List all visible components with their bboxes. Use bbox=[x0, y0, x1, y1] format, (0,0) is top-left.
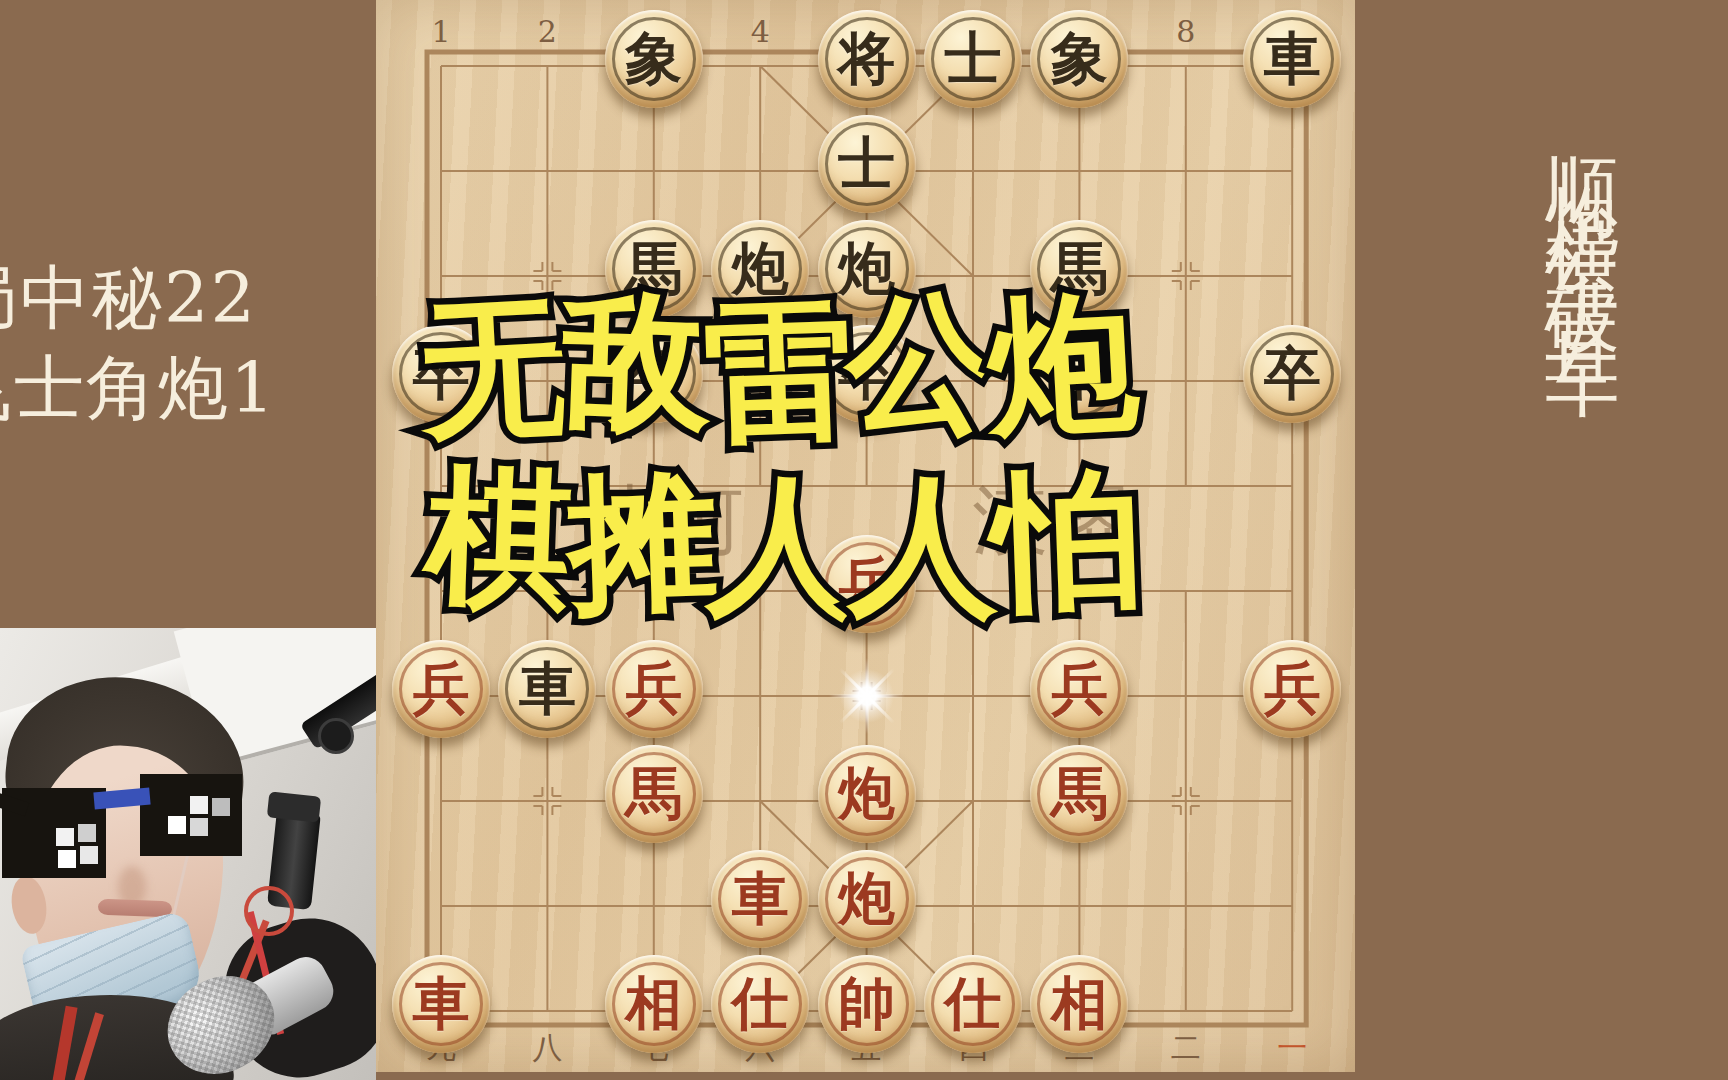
pixel-sunglasses-right-lens bbox=[140, 774, 242, 856]
piece-glyph: 象 bbox=[605, 10, 703, 106]
overlay-title-char: 公 bbox=[843, 281, 998, 444]
piece-red-chariot-file1-rank10[interactable]: 車 bbox=[392, 955, 490, 1053]
overlay-title-line-2: 棋摊人人怕 bbox=[430, 462, 1140, 620]
piece-glyph: 象 bbox=[1030, 10, 1128, 106]
overlay-title-char: 炮 bbox=[984, 282, 1142, 447]
piece-black-chariot-file2-rank7[interactable]: 車 bbox=[498, 640, 596, 738]
piece-glyph: 馬 bbox=[605, 745, 703, 841]
left-caption-line-2: 飞士角炮1 bbox=[0, 342, 277, 436]
piece-glyph: 士 bbox=[818, 115, 916, 211]
mic-stand-cap bbox=[267, 791, 321, 822]
piece-glyph: 兵 bbox=[392, 640, 490, 736]
clipped-char: 飞 bbox=[0, 347, 14, 429]
piece-glyph: 車 bbox=[392, 955, 490, 1051]
piece-red-soldier-file3-rank7[interactable]: 兵 bbox=[605, 640, 703, 738]
left-caption-line-1: 局中秘22 bbox=[0, 252, 257, 346]
overlay-title-char: 怕 bbox=[991, 459, 1146, 622]
piece-glyph: 将 bbox=[818, 10, 916, 106]
svg-text:8: 8 bbox=[1176, 14, 1195, 49]
video-frame: 局中秘22 飞士角炮1 顺炮横车破直车 123456789九八七六五四三二一楚河… bbox=[0, 0, 1728, 1080]
webcam-overlay bbox=[0, 628, 376, 1080]
overlay-title-char: 无 bbox=[416, 286, 574, 451]
piece-red-cannon-file5-rank9[interactable]: 炮 bbox=[818, 850, 916, 948]
piece-red-advisor-file6-rank10[interactable]: 仕 bbox=[924, 955, 1022, 1053]
piece-black-soldier-file9-rank4[interactable]: 卒 bbox=[1243, 325, 1341, 423]
piece-red-horse-file3-rank8[interactable]: 馬 bbox=[605, 745, 703, 843]
piece-glyph: 車 bbox=[498, 640, 596, 736]
piece-black-advisor-file5-rank2[interactable]: 士 bbox=[818, 115, 916, 213]
piece-red-soldier-file7-rank7[interactable]: 兵 bbox=[1030, 640, 1128, 738]
piece-glyph: 馬 bbox=[1030, 745, 1128, 841]
mic-arm-hinge bbox=[318, 718, 354, 754]
piece-glyph: 仕 bbox=[924, 955, 1022, 1051]
piece-red-cannon-file5-rank8[interactable]: 炮 bbox=[818, 745, 916, 843]
piece-glyph: 炮 bbox=[818, 850, 916, 946]
svg-text:二: 二 bbox=[1171, 1030, 1201, 1065]
piece-red-soldier-file1-rank7[interactable]: 兵 bbox=[392, 640, 490, 738]
piece-glyph: 車 bbox=[1243, 10, 1341, 106]
piece-red-advisor-file4-rank10[interactable]: 仕 bbox=[711, 955, 809, 1053]
piece-red-horse-file7-rank8[interactable]: 馬 bbox=[1030, 745, 1128, 843]
piece-black-elephant-file3-rank1[interactable]: 象 bbox=[605, 10, 703, 108]
piece-glyph: 炮 bbox=[818, 745, 916, 841]
piece-glyph: 帥 bbox=[818, 955, 916, 1051]
overlay-title-char: 人 bbox=[706, 464, 864, 629]
overlay-title-char: 雷 bbox=[702, 291, 857, 454]
overlay-title-char: 人 bbox=[848, 464, 1006, 629]
svg-text:4: 4 bbox=[751, 14, 770, 49]
piece-black-elephant-file7-rank1[interactable]: 象 bbox=[1030, 10, 1128, 108]
last-move-sparkle bbox=[829, 658, 905, 734]
svg-text:八: 八 bbox=[532, 1030, 562, 1065]
overlay-title-char: 摊 bbox=[565, 461, 720, 624]
overlay-title-char: 敌 bbox=[559, 279, 714, 442]
right-vertical-caption: 顺炮横车破直车 bbox=[1532, 96, 1633, 313]
piece-glyph: 相 bbox=[605, 955, 703, 1051]
overlay-title-line-1: 无敌雷公炮 bbox=[424, 286, 1134, 444]
piece-red-elephant-file7-rank10[interactable]: 相 bbox=[1030, 955, 1128, 1053]
svg-text:1: 1 bbox=[431, 14, 450, 49]
piece-glyph: 仕 bbox=[711, 955, 809, 1051]
sunglasses-pixel-highlights bbox=[190, 796, 208, 814]
piece-red-chariot-file4-rank9[interactable]: 車 bbox=[711, 850, 809, 948]
piece-glyph: 兵 bbox=[605, 640, 703, 736]
piece-glyph: 卒 bbox=[1243, 325, 1341, 421]
sunglasses-pixel-highlights bbox=[56, 828, 74, 846]
piece-black-advisor-file6-rank1[interactable]: 士 bbox=[924, 10, 1022, 108]
piece-glyph: 相 bbox=[1030, 955, 1128, 1051]
piece-glyph: 兵 bbox=[1243, 640, 1341, 736]
piece-glyph: 車 bbox=[711, 850, 809, 946]
piece-red-soldier-file9-rank7[interactable]: 兵 bbox=[1243, 640, 1341, 738]
svg-text:2: 2 bbox=[538, 14, 557, 49]
piece-black-general-file5-rank1[interactable]: 将 bbox=[818, 10, 916, 108]
piece-black-chariot-file9-rank1[interactable]: 車 bbox=[1243, 10, 1341, 108]
piece-glyph: 士 bbox=[924, 10, 1022, 106]
overlay-title-char: 棋 bbox=[423, 457, 578, 620]
svg-text:一: 一 bbox=[1277, 1030, 1307, 1065]
piece-glyph: 兵 bbox=[1030, 640, 1128, 736]
piece-red-general-file5-rank10[interactable]: 帥 bbox=[818, 955, 916, 1053]
shock-mount-red-band bbox=[244, 886, 294, 936]
clipped-char: 局 bbox=[0, 257, 20, 339]
piece-red-elephant-file3-rank10[interactable]: 相 bbox=[605, 955, 703, 1053]
